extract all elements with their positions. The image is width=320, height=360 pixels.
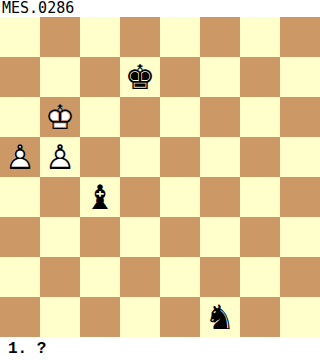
diagram-title: MES.0286	[0, 0, 320, 17]
square-e3	[160, 217, 200, 257]
square-a2	[0, 257, 40, 297]
square-g6	[240, 97, 280, 137]
square-b6: ♚♔	[40, 97, 80, 137]
square-a7	[0, 57, 40, 97]
square-d6	[120, 97, 160, 137]
square-g1	[240, 297, 280, 337]
square-c1	[80, 297, 120, 337]
square-f5	[200, 137, 240, 177]
square-d4	[120, 177, 160, 217]
square-b8	[40, 17, 80, 57]
square-e2	[160, 257, 200, 297]
move-prompt: 1. ?	[0, 337, 320, 358]
square-c2	[80, 257, 120, 297]
chess-diagram-page: MES.0286 ♚♚♔♟♙♟♙♝♞ 1. ?	[0, 0, 320, 360]
square-f4	[200, 177, 240, 217]
square-c8	[80, 17, 120, 57]
square-h1	[280, 297, 320, 337]
square-g7	[240, 57, 280, 97]
square-g4	[240, 177, 280, 217]
square-b1	[40, 297, 80, 337]
square-a4	[0, 177, 40, 217]
square-a6	[0, 97, 40, 137]
square-g3	[240, 217, 280, 257]
square-b2	[40, 257, 80, 297]
square-b7	[40, 57, 80, 97]
square-e4	[160, 177, 200, 217]
white-pawn-piece: ♟♙	[0, 137, 40, 177]
square-f2	[200, 257, 240, 297]
square-h3	[280, 217, 320, 257]
square-h7	[280, 57, 320, 97]
square-e1	[160, 297, 200, 337]
chess-board: ♚♚♔♟♙♟♙♝♞	[0, 17, 320, 337]
white-king-piece: ♚♔	[40, 97, 80, 137]
square-h8	[280, 17, 320, 57]
square-f1: ♞	[200, 297, 240, 337]
black-bishop-piece: ♝	[80, 177, 120, 217]
square-c6	[80, 97, 120, 137]
square-g8	[240, 17, 280, 57]
square-b4	[40, 177, 80, 217]
square-e6	[160, 97, 200, 137]
white-pawn-piece: ♟♙	[40, 137, 80, 177]
square-c5	[80, 137, 120, 177]
square-d8	[120, 17, 160, 57]
square-h4	[280, 177, 320, 217]
black-knight-piece: ♞	[200, 297, 240, 337]
square-f3	[200, 217, 240, 257]
square-d5	[120, 137, 160, 177]
square-h6	[280, 97, 320, 137]
square-d3	[120, 217, 160, 257]
square-b5: ♟♙	[40, 137, 80, 177]
square-a1	[0, 297, 40, 337]
square-e8	[160, 17, 200, 57]
square-c3	[80, 217, 120, 257]
square-b3	[40, 217, 80, 257]
square-h5	[280, 137, 320, 177]
square-e7	[160, 57, 200, 97]
square-e5	[160, 137, 200, 177]
square-f6	[200, 97, 240, 137]
square-a8	[0, 17, 40, 57]
square-d7: ♚	[120, 57, 160, 97]
black-king-piece: ♚	[120, 57, 160, 97]
square-h2	[280, 257, 320, 297]
square-d1	[120, 297, 160, 337]
square-f7	[200, 57, 240, 97]
square-a3	[0, 217, 40, 257]
square-d2	[120, 257, 160, 297]
square-c7	[80, 57, 120, 97]
square-g5	[240, 137, 280, 177]
square-a5: ♟♙	[0, 137, 40, 177]
square-c4: ♝	[80, 177, 120, 217]
square-f8	[200, 17, 240, 57]
square-g2	[240, 257, 280, 297]
